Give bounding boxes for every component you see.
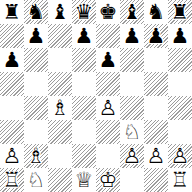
square-f5[interactable] bbox=[120, 72, 144, 96]
white-bishop-icon: ♗ bbox=[24, 144, 48, 168]
black-pawn-icon: ♟ bbox=[120, 24, 144, 48]
square-c1[interactable] bbox=[48, 168, 72, 192]
square-d8[interactable]: ♛♛ bbox=[72, 0, 96, 24]
white-pawn-icon: ♙ bbox=[96, 96, 120, 120]
black-king-icon: ♚ bbox=[96, 0, 120, 24]
square-g1[interactable] bbox=[144, 168, 168, 192]
square-c8[interactable]: ♝♝ bbox=[48, 0, 72, 24]
square-h3[interactable] bbox=[168, 120, 192, 144]
square-f2[interactable]: ♟♙ bbox=[120, 144, 144, 168]
white-bishop-icon: ♗ bbox=[48, 96, 72, 120]
square-c2[interactable] bbox=[48, 144, 72, 168]
square-d5[interactable] bbox=[72, 72, 96, 96]
square-g7[interactable]: ♟♟ bbox=[144, 24, 168, 48]
square-b6[interactable] bbox=[24, 48, 48, 72]
square-f7[interactable]: ♟♟ bbox=[120, 24, 144, 48]
square-b1[interactable]: ♞♘ bbox=[24, 168, 48, 192]
square-e7[interactable] bbox=[96, 24, 120, 48]
square-a7[interactable] bbox=[0, 24, 24, 48]
white-pawn-icon: ♙ bbox=[0, 144, 24, 168]
square-e4[interactable]: ♟♙ bbox=[96, 96, 120, 120]
square-b2[interactable]: ♝♗ bbox=[24, 144, 48, 168]
square-h1[interactable]: ♜♖ bbox=[168, 168, 192, 192]
square-f3[interactable]: ♞♘ bbox=[120, 120, 144, 144]
black-pawn-icon: ♟ bbox=[0, 48, 24, 72]
square-b7[interactable]: ♟♟ bbox=[24, 24, 48, 48]
square-c7[interactable] bbox=[48, 24, 72, 48]
square-e8[interactable]: ♚♚ bbox=[96, 0, 120, 24]
square-d4[interactable] bbox=[72, 96, 96, 120]
square-h4[interactable] bbox=[168, 96, 192, 120]
square-b8[interactable]: ♞♞ bbox=[24, 0, 48, 24]
square-h7[interactable]: ♟♟ bbox=[168, 24, 192, 48]
black-pawn-icon: ♟ bbox=[144, 24, 168, 48]
square-g5[interactable] bbox=[144, 72, 168, 96]
black-bishop-icon: ♝ bbox=[48, 0, 72, 24]
black-pawn-icon: ♟ bbox=[168, 24, 192, 48]
square-d3[interactable] bbox=[72, 120, 96, 144]
black-rook-icon: ♜ bbox=[0, 0, 24, 24]
square-c6[interactable] bbox=[48, 48, 72, 72]
square-b5[interactable] bbox=[24, 72, 48, 96]
square-e2[interactable] bbox=[96, 144, 120, 168]
square-a4[interactable] bbox=[0, 96, 24, 120]
square-f8[interactable]: ♝♝ bbox=[120, 0, 144, 24]
square-b4[interactable] bbox=[24, 96, 48, 120]
square-d2[interactable] bbox=[72, 144, 96, 168]
square-a2[interactable]: ♟♙ bbox=[0, 144, 24, 168]
square-h8[interactable]: ♜♜ bbox=[168, 0, 192, 24]
black-queen-icon: ♛ bbox=[72, 0, 96, 24]
square-c4[interactable]: ♝♗ bbox=[48, 96, 72, 120]
square-h5[interactable] bbox=[168, 72, 192, 96]
square-h6[interactable] bbox=[168, 48, 192, 72]
square-f6[interactable] bbox=[120, 48, 144, 72]
white-knight-icon: ♘ bbox=[120, 120, 144, 144]
square-g4[interactable] bbox=[144, 96, 168, 120]
white-pawn-icon: ♙ bbox=[120, 144, 144, 168]
chess-board: ♜♜♞♞♝♝♛♛♚♚♝♝♞♞♜♜♟♟♟♟♟♟♟♟♟♟♟♟♟♟♝♗♟♙♞♘♟♙♝♗… bbox=[0, 0, 192, 192]
square-g6[interactable] bbox=[144, 48, 168, 72]
square-g3[interactable] bbox=[144, 120, 168, 144]
square-h2[interactable]: ♟♙ bbox=[168, 144, 192, 168]
square-a6[interactable]: ♟♟ bbox=[0, 48, 24, 72]
square-b3[interactable] bbox=[24, 120, 48, 144]
white-king-icon: ♔ bbox=[96, 168, 120, 192]
square-d1[interactable]: ♛♕ bbox=[72, 168, 96, 192]
black-knight-icon: ♞ bbox=[144, 0, 168, 24]
black-bishop-icon: ♝ bbox=[120, 0, 144, 24]
square-e6[interactable]: ♟♟ bbox=[96, 48, 120, 72]
square-e3[interactable] bbox=[96, 120, 120, 144]
black-pawn-icon: ♟ bbox=[72, 24, 96, 48]
white-queen-icon: ♕ bbox=[72, 168, 96, 192]
white-pawn-icon: ♙ bbox=[168, 144, 192, 168]
white-knight-icon: ♘ bbox=[24, 168, 48, 192]
square-c3[interactable] bbox=[48, 120, 72, 144]
square-f1[interactable] bbox=[120, 168, 144, 192]
square-e1[interactable]: ♚♔ bbox=[96, 168, 120, 192]
square-g8[interactable]: ♞♞ bbox=[144, 0, 168, 24]
white-rook-icon: ♖ bbox=[168, 168, 192, 192]
square-f4[interactable] bbox=[120, 96, 144, 120]
square-e5[interactable] bbox=[96, 72, 120, 96]
black-knight-icon: ♞ bbox=[24, 0, 48, 24]
square-g2[interactable]: ♟♙ bbox=[144, 144, 168, 168]
black-pawn-icon: ♟ bbox=[96, 48, 120, 72]
square-d6[interactable] bbox=[72, 48, 96, 72]
square-a3[interactable] bbox=[0, 120, 24, 144]
square-a5[interactable] bbox=[0, 72, 24, 96]
white-rook-icon: ♖ bbox=[0, 168, 24, 192]
white-pawn-icon: ♙ bbox=[144, 144, 168, 168]
square-d7[interactable]: ♟♟ bbox=[72, 24, 96, 48]
square-a1[interactable]: ♜♖ bbox=[0, 168, 24, 192]
black-pawn-icon: ♟ bbox=[24, 24, 48, 48]
black-rook-icon: ♜ bbox=[168, 0, 192, 24]
square-a8[interactable]: ♜♜ bbox=[0, 0, 24, 24]
square-c5[interactable] bbox=[48, 72, 72, 96]
